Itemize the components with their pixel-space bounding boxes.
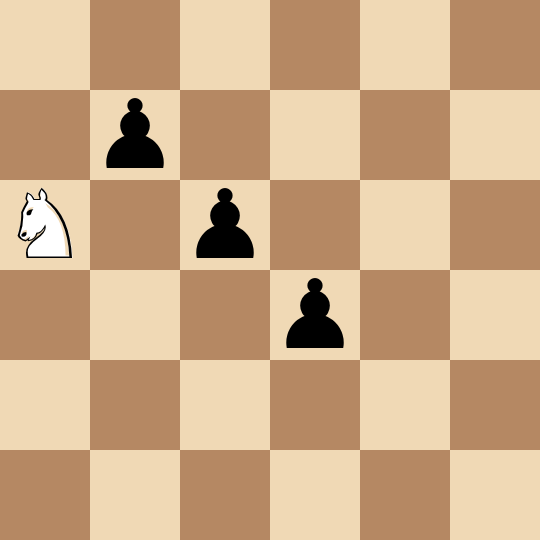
- pawn-glyph: ♟: [272, 270, 358, 360]
- square-r2c1[interactable]: [90, 180, 180, 270]
- square-r4c2[interactable]: [180, 360, 270, 450]
- square-r0c3[interactable]: [270, 0, 360, 90]
- square-r3c2[interactable]: [180, 270, 270, 360]
- square-r0c4[interactable]: [360, 0, 450, 90]
- square-r1c0[interactable]: [0, 90, 90, 180]
- square-r4c1[interactable]: [90, 360, 180, 450]
- square-r1c3[interactable]: [270, 90, 360, 180]
- square-r1c5[interactable]: [450, 90, 540, 180]
- pawn-glyph: ♟: [182, 180, 268, 270]
- square-r0c0[interactable]: [0, 0, 90, 90]
- square-r1c2[interactable]: [180, 90, 270, 180]
- square-r3c4[interactable]: [360, 270, 450, 360]
- square-r5c0[interactable]: [0, 450, 90, 540]
- square-r5c1[interactable]: [90, 450, 180, 540]
- square-r3c5[interactable]: [450, 270, 540, 360]
- square-r2c5[interactable]: [450, 180, 540, 270]
- square-r5c3[interactable]: [270, 450, 360, 540]
- black-pawn[interactable]: ♟: [270, 270, 360, 360]
- pawn-glyph: ♟: [92, 90, 178, 180]
- square-r3c1[interactable]: [90, 270, 180, 360]
- square-r0c5[interactable]: [450, 0, 540, 90]
- square-r0c1[interactable]: [90, 0, 180, 90]
- black-pawn[interactable]: ♟: [180, 180, 270, 270]
- chess-board: ♟♞♘♟♟: [0, 0, 540, 540]
- square-r4c3[interactable]: [270, 360, 360, 450]
- square-r4c4[interactable]: [360, 360, 450, 450]
- black-pawn[interactable]: ♟: [90, 90, 180, 180]
- square-r5c5[interactable]: [450, 450, 540, 540]
- square-r5c4[interactable]: [360, 450, 450, 540]
- white-knight[interactable]: ♞♘: [0, 180, 90, 270]
- square-r1c4[interactable]: [360, 90, 450, 180]
- square-r3c0[interactable]: [0, 270, 90, 360]
- knight-outline-glyph: ♘: [2, 180, 88, 270]
- square-r4c0[interactable]: [0, 360, 90, 450]
- square-r5c2[interactable]: [180, 450, 270, 540]
- square-r2c4[interactable]: [360, 180, 450, 270]
- square-r2c3[interactable]: [270, 180, 360, 270]
- square-r0c2[interactable]: [180, 0, 270, 90]
- square-r4c5[interactable]: [450, 360, 540, 450]
